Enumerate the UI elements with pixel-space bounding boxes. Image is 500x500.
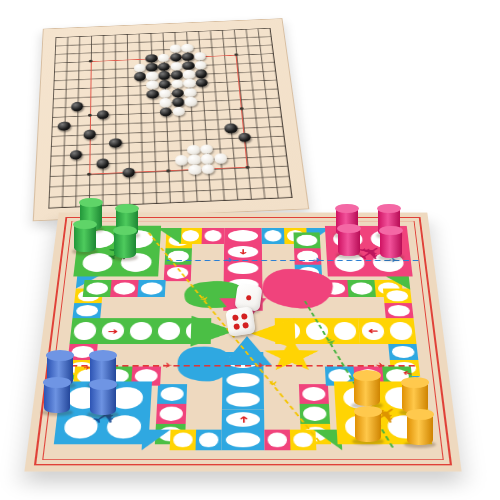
track-cell	[202, 228, 225, 244]
pawn-top	[89, 350, 117, 361]
track-cell	[299, 384, 329, 404]
track-cell	[83, 280, 112, 297]
track-cell-circle	[226, 432, 260, 447]
go-board	[33, 18, 310, 221]
pawn-yellow-3[interactable]	[355, 406, 381, 442]
track-cell-circle	[334, 322, 357, 341]
track-cell	[262, 228, 285, 244]
go-stone-black[interactable]	[171, 70, 183, 79]
go-stone-black[interactable]	[182, 52, 194, 61]
track-cell	[72, 303, 101, 318]
pawn-top	[353, 370, 381, 381]
base-circle	[63, 415, 99, 438]
track-cell-circle	[389, 322, 413, 341]
track-cell-circle	[101, 322, 124, 341]
product-photo-scene: ➜➜➜➜✈✈✈✈✈✈✈✈✈✈✈✈✈✈✈➜✈	[0, 0, 500, 500]
go-stone-black[interactable]	[122, 168, 135, 179]
track-cell	[294, 248, 321, 264]
track-cell	[196, 430, 222, 451]
pawn-top	[43, 377, 71, 388]
runway-cell-green	[70, 318, 101, 344]
go-stone-black[interactable]	[158, 62, 170, 71]
runway-cell-yellow	[386, 318, 417, 344]
go-stone-black[interactable]	[83, 130, 96, 140]
track-cell-circle	[113, 282, 135, 294]
go-stone-white[interactable]	[146, 71, 158, 80]
die-pip	[243, 322, 250, 329]
pawn-top	[46, 350, 74, 361]
go-stone-black[interactable]	[182, 61, 194, 70]
track-cell-circle	[228, 262, 258, 274]
track-cell-circle	[227, 373, 259, 387]
track-cell-circle	[181, 230, 199, 241]
track-cell	[110, 280, 139, 297]
track-cell-circle	[159, 407, 183, 421]
go-star-point	[240, 107, 245, 110]
track-cell	[157, 384, 187, 404]
die-pip	[232, 314, 239, 321]
go-stone-white[interactable]	[184, 88, 197, 97]
runway-cell-blue	[222, 371, 264, 390]
go-stone-black[interactable]	[96, 159, 109, 169]
base-circle	[82, 253, 114, 272]
track-cell	[388, 344, 418, 360]
go-stone-white[interactable]	[183, 70, 196, 79]
pawn-yellow-1[interactable]	[354, 370, 380, 406]
track-cell-circle	[351, 282, 373, 294]
go-stone-black[interactable]	[58, 121, 71, 131]
go-stone-black[interactable]	[224, 123, 237, 133]
go-stone-black[interactable]	[170, 53, 182, 62]
go-stone-white[interactable]	[184, 97, 197, 107]
go-stone-black[interactable]	[134, 72, 146, 81]
track-cell-circle	[303, 407, 327, 421]
track-cell-circle	[388, 305, 411, 316]
pawn-green-4[interactable]	[114, 226, 136, 258]
track-cell-circle	[141, 282, 163, 294]
go-star-point	[246, 166, 251, 170]
track-cell	[383, 289, 412, 304]
pawn-yellow-4[interactable]	[407, 409, 433, 445]
go-stone-black[interactable]	[158, 71, 170, 80]
pawn-top	[79, 198, 102, 207]
runway-cell-green	[126, 318, 156, 344]
go-stone-white[interactable]	[159, 98, 172, 108]
pawn-blue-4[interactable]	[90, 379, 116, 415]
track-cell-circle	[73, 322, 97, 341]
go-star-point	[234, 53, 238, 56]
go-stone-black[interactable]	[96, 110, 108, 120]
track-cell	[179, 228, 202, 244]
pawn-top	[379, 226, 402, 235]
go-stone-white[interactable]	[201, 154, 214, 164]
go-stone-white[interactable]	[133, 63, 145, 72]
center-map-pink	[260, 267, 335, 310]
go-stone-white[interactable]	[187, 145, 200, 155]
go-stone-white[interactable]	[195, 61, 208, 70]
track-cell-circle	[227, 392, 260, 406]
track-cell-circle	[198, 432, 218, 447]
go-stone-white[interactable]	[201, 164, 215, 175]
track-cell-circle	[129, 322, 152, 341]
flight-path	[71, 365, 415, 366]
go-stone-black[interactable]	[238, 133, 252, 143]
go-stone-white[interactable]	[159, 89, 172, 98]
pawn-top	[115, 204, 138, 213]
track-cell-circle	[204, 230, 222, 241]
track-cell	[137, 280, 165, 297]
pawn-pink-3[interactable]	[338, 224, 360, 256]
die-pip	[241, 313, 248, 320]
base-circle	[106, 415, 141, 438]
go-stone-white[interactable]	[188, 165, 201, 176]
runway-cell-pink	[224, 260, 263, 277]
die-pip	[233, 324, 240, 331]
go-stone-black[interactable]	[71, 102, 83, 112]
track-cell-circle	[228, 246, 258, 258]
runway-cell-yellow	[330, 318, 360, 344]
center-arrow-blue	[223, 336, 272, 365]
runway-cell-blue	[221, 430, 264, 451]
go-star-point	[166, 169, 171, 173]
pawn-top	[337, 224, 360, 233]
runway-cell-pink: ➜	[224, 244, 262, 260]
track-cell-circle	[361, 322, 384, 341]
die-2[interactable]	[225, 306, 255, 336]
pawn-top	[113, 226, 136, 235]
pawn-top	[401, 377, 429, 388]
die-pip	[245, 294, 251, 300]
track-cell-circle	[296, 235, 317, 246]
pawn-yellow-2[interactable]	[402, 377, 428, 413]
track-cell	[264, 430, 290, 451]
track-cell-circle	[392, 346, 415, 357]
runway-cell-pink	[224, 228, 262, 244]
track-cell-circle	[158, 322, 181, 341]
go-stone-black[interactable]	[171, 88, 184, 97]
go-stone-white[interactable]	[158, 53, 170, 62]
go-stone-white[interactable]	[172, 107, 185, 117]
go-star-point	[89, 60, 93, 63]
go-star-point	[88, 114, 92, 117]
go-stone-black[interactable]	[196, 78, 209, 87]
go-stone-black[interactable]	[146, 89, 158, 98]
go-stone-white[interactable]	[181, 44, 193, 53]
track-cell-circle	[267, 432, 287, 447]
track-cell	[347, 280, 376, 297]
track-cell-circle	[173, 432, 194, 447]
go-stone-white[interactable]	[194, 52, 206, 61]
flight-path	[167, 260, 419, 261]
track-cell	[293, 232, 320, 248]
go-stone-white[interactable]	[200, 144, 213, 154]
track-cell-circle	[386, 291, 408, 302]
pawn-top	[89, 379, 117, 390]
go-stone-black[interactable]	[195, 69, 208, 78]
runway-cell-yellow: ➜	[358, 318, 388, 344]
go-star-point	[87, 173, 92, 177]
track-cell-circle	[86, 282, 108, 294]
go-stone-white[interactable]	[214, 154, 228, 164]
go-stone-white[interactable]	[188, 155, 201, 165]
track-cell	[156, 404, 186, 424]
track-cell-circle	[293, 432, 314, 447]
go-stone-white[interactable]	[170, 62, 182, 71]
runway-cell-green	[154, 318, 183, 344]
go-stone-white[interactable]	[146, 80, 158, 89]
runway-cell-blue	[222, 390, 264, 410]
pawn-pink-4[interactable]	[380, 226, 402, 258]
track-cell	[170, 430, 196, 451]
go-stone-white[interactable]	[183, 79, 196, 88]
pawn-top	[335, 204, 358, 213]
track-cell-circle	[160, 387, 183, 401]
pawn-top	[354, 406, 382, 417]
go-stone-black[interactable]	[145, 54, 157, 63]
pawn-green-3[interactable]	[74, 220, 96, 252]
track-cell-circle	[76, 305, 99, 316]
runway-cell-green: ➜	[98, 318, 128, 344]
pawn-top	[377, 204, 400, 213]
go-stone-black[interactable]	[109, 138, 122, 148]
track-cell-circle	[228, 230, 257, 241]
track-cell-circle	[264, 230, 282, 241]
track-cell-circle	[302, 387, 325, 401]
go-stone-black[interactable]	[146, 63, 158, 72]
pawn-blue-3[interactable]	[44, 377, 70, 413]
pawn-top	[406, 409, 434, 420]
runway-cell-blue: ➜	[222, 409, 265, 429]
go-stone-white[interactable]	[171, 79, 184, 88]
go-grid	[48, 28, 293, 209]
center-arrow-yellow	[251, 318, 296, 349]
go-stone-black[interactable]	[70, 150, 83, 160]
go-stone-white[interactable]	[175, 155, 188, 165]
pawn-top	[73, 220, 96, 229]
track-cell-circle	[226, 412, 259, 427]
track-cell	[384, 303, 413, 318]
go-stone-black[interactable]	[172, 97, 185, 107]
go-stone-black[interactable]	[160, 107, 173, 117]
go-stone-white[interactable]	[169, 44, 181, 53]
go-stone-black[interactable]	[159, 80, 171, 89]
